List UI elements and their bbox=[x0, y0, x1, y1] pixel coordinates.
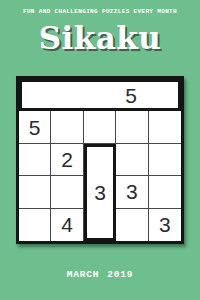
grid-cell: 4 bbox=[51, 209, 83, 241]
issue-month: MARCH bbox=[67, 269, 100, 280]
grid-cell: 3 bbox=[149, 209, 181, 241]
grid-cell bbox=[19, 209, 51, 241]
grid-cell bbox=[19, 176, 51, 208]
issue-year: 2019 bbox=[107, 269, 133, 280]
book-cover: FUN AND CHALLENGING PUZZLES EVERY MONTH … bbox=[0, 0, 200, 300]
magazine-title: Sikaku bbox=[0, 22, 200, 54]
solved-region: 5 bbox=[19, 79, 181, 111]
grid-cell bbox=[116, 144, 148, 176]
grid-cell bbox=[149, 176, 181, 208]
tagline: FUN AND CHALLENGING PUZZLES EVERY MONTH bbox=[0, 8, 200, 15]
grid-cell bbox=[51, 111, 83, 143]
grid-cell: 5 bbox=[19, 111, 51, 143]
grid-cell bbox=[84, 111, 116, 143]
solved-region: 3 bbox=[84, 144, 116, 241]
grid-cell bbox=[149, 111, 181, 143]
issue-date: MARCH 2019 bbox=[0, 269, 200, 280]
grid-cell bbox=[116, 209, 148, 241]
clue-number: 3 bbox=[94, 182, 106, 203]
clue-number: 5 bbox=[125, 85, 137, 106]
grid-cell bbox=[51, 176, 83, 208]
shikaku-board: 5 5 2 3 3 4 3 5 3 bbox=[16, 76, 184, 244]
grid-cell bbox=[19, 144, 51, 176]
grid-cell: 2 bbox=[51, 144, 83, 176]
grid-cell bbox=[149, 144, 181, 176]
grid-cell bbox=[116, 111, 148, 143]
grid-cell: 3 bbox=[116, 176, 148, 208]
